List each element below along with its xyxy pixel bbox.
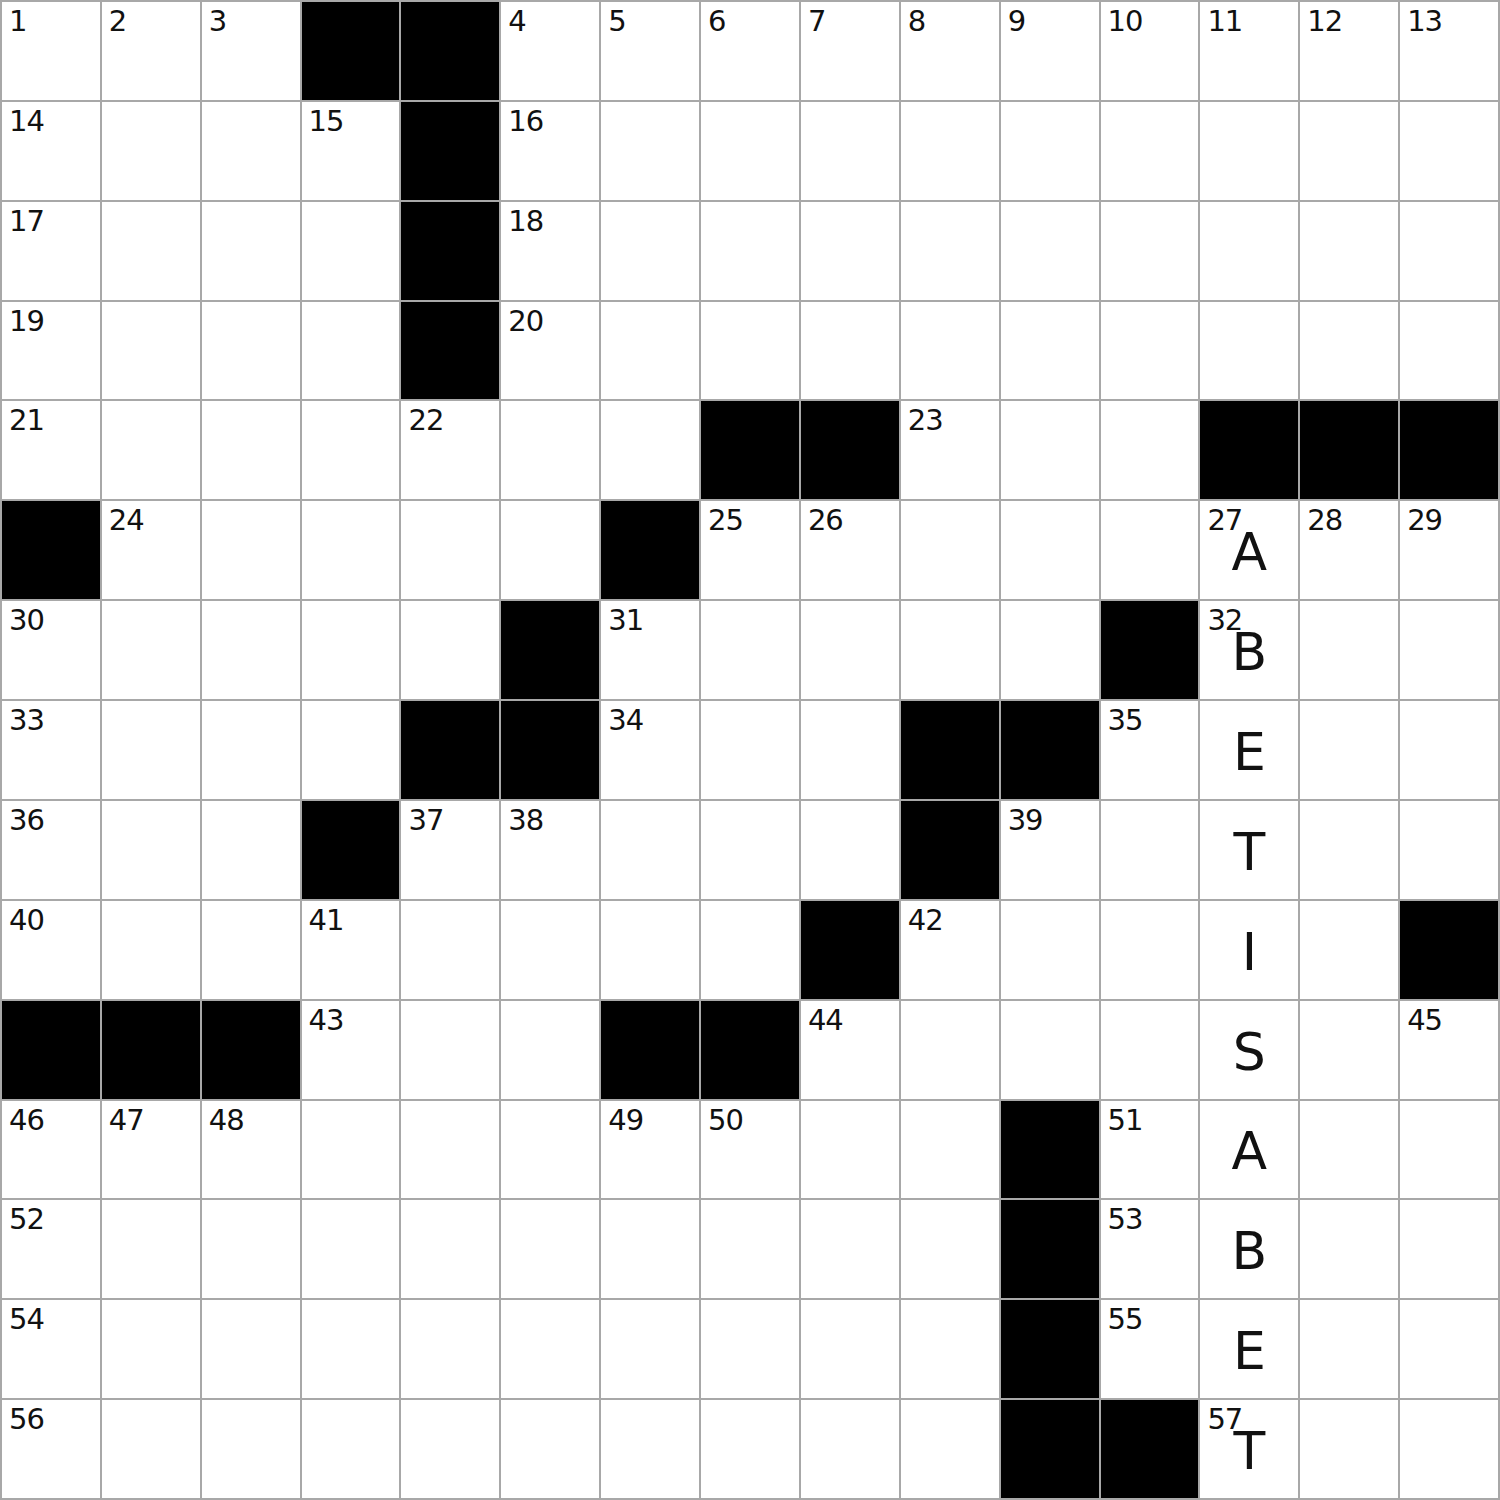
black-cell-r7c10 [1000, 700, 1100, 800]
cell-r2c14[interactable] [1399, 201, 1499, 301]
cell-r5c12[interactable]: 27A [1199, 500, 1299, 600]
cell-r0c10[interactable]: 9 [1000, 1, 1100, 101]
cell-r11c7[interactable]: 50 [700, 1100, 800, 1200]
black-cell-r10c1 [101, 1000, 201, 1100]
cell-r10c5[interactable] [500, 1000, 600, 1100]
clue-number: 41 [309, 906, 344, 935]
cell-r4c11[interactable] [1100, 400, 1200, 500]
cell-r0c11[interactable]: 10 [1100, 1, 1200, 101]
black-cell-r5c0 [1, 500, 101, 600]
cell-r2c1[interactable] [101, 201, 201, 301]
clue-number: 43 [309, 1006, 344, 1035]
cell-r13c1[interactable] [101, 1299, 201, 1399]
cell-r12c13[interactable] [1299, 1199, 1399, 1299]
cell-r13c7[interactable] [700, 1299, 800, 1399]
cell-r13c6[interactable] [600, 1299, 700, 1399]
cell-r13c9[interactable] [900, 1299, 1000, 1399]
cell-r14c1[interactable] [101, 1399, 201, 1499]
cell-r2c12[interactable] [1199, 201, 1299, 301]
cell-r0c5[interactable]: 4 [500, 1, 600, 101]
cell-r8c12[interactable]: T [1199, 800, 1299, 900]
black-cell-r2c4 [400, 201, 500, 301]
clue-number: 23 [908, 406, 943, 435]
black-cell-r10c2 [201, 1000, 301, 1100]
cell-r12c4[interactable] [400, 1199, 500, 1299]
cell-r12c14[interactable] [1399, 1199, 1499, 1299]
cell-r1c13[interactable] [1299, 101, 1399, 201]
cell-r8c8[interactable] [800, 800, 900, 900]
cell-r6c0[interactable]: 30 [1, 600, 101, 700]
cell-r5c3[interactable] [301, 500, 401, 600]
black-cell-r3c4 [400, 301, 500, 401]
cell-r4c6[interactable] [600, 400, 700, 500]
cell-r0c8[interactable]: 7 [800, 1, 900, 101]
cell-r1c14[interactable] [1399, 101, 1499, 201]
cell-r3c6[interactable] [600, 301, 700, 401]
cell-r8c2[interactable] [201, 800, 301, 900]
cell-letter: A [1200, 1101, 1298, 1199]
clue-number: 9 [1008, 7, 1025, 36]
cell-r8c0[interactable]: 36 [1, 800, 101, 900]
cell-r6c10[interactable] [1000, 600, 1100, 700]
cell-r3c11[interactable] [1100, 301, 1200, 401]
cell-r1c10[interactable] [1000, 101, 1100, 201]
cell-r12c5[interactable] [500, 1199, 600, 1299]
clue-number: 52 [9, 1205, 44, 1234]
cell-r3c14[interactable] [1399, 301, 1499, 401]
black-cell-r4c13 [1299, 400, 1399, 500]
cell-r10c14[interactable]: 45 [1399, 1000, 1499, 1100]
cell-letter: B [1200, 601, 1298, 699]
clue-number: 16 [508, 107, 543, 136]
cell-r6c6[interactable]: 31 [600, 600, 700, 700]
cell-r14c6[interactable] [600, 1399, 700, 1499]
cell-r1c1[interactable] [101, 101, 201, 201]
cell-r14c0[interactable]: 56 [1, 1399, 101, 1499]
cell-r7c7[interactable] [700, 700, 800, 800]
cell-r14c8[interactable] [800, 1399, 900, 1499]
cell-r11c3[interactable] [301, 1100, 401, 1200]
cell-r12c3[interactable] [301, 1199, 401, 1299]
cell-r10c13[interactable] [1299, 1000, 1399, 1100]
clue-number: 5 [608, 7, 625, 36]
cell-r4c10[interactable] [1000, 400, 1100, 500]
clue-number: 40 [9, 906, 44, 935]
cell-r6c7[interactable] [700, 600, 800, 700]
cell-r7c3[interactable] [301, 700, 401, 800]
clue-number: 54 [9, 1305, 44, 1334]
cell-r1c0[interactable]: 14 [1, 101, 101, 201]
cell-r8c7[interactable] [700, 800, 800, 900]
cell-r8c13[interactable] [1299, 800, 1399, 900]
cell-letter: A [1200, 501, 1298, 599]
clue-number: 29 [1407, 506, 1442, 535]
clue-number: 18 [508, 207, 543, 236]
black-cell-r10c0 [1, 1000, 101, 1100]
cell-r0c9[interactable]: 8 [900, 1, 1000, 101]
cell-r13c0[interactable]: 54 [1, 1299, 101, 1399]
cell-r5c9[interactable] [900, 500, 1000, 600]
cell-r12c1[interactable] [101, 1199, 201, 1299]
cell-r5c7[interactable]: 25 [700, 500, 800, 600]
cell-r14c3[interactable] [301, 1399, 401, 1499]
cell-r7c8[interactable] [800, 700, 900, 800]
black-cell-r0c4 [400, 1, 500, 101]
black-cell-r4c7 [700, 400, 800, 500]
cell-r13c12[interactable]: E [1199, 1299, 1299, 1399]
cell-r11c1[interactable]: 47 [101, 1100, 201, 1200]
cell-r5c10[interactable] [1000, 500, 1100, 600]
cell-r5c14[interactable]: 29 [1399, 500, 1499, 600]
cell-r3c9[interactable] [900, 301, 1000, 401]
cell-r7c13[interactable] [1299, 700, 1399, 800]
clue-number: 34 [608, 706, 643, 735]
cell-r5c4[interactable] [400, 500, 500, 600]
cell-r8c6[interactable] [600, 800, 700, 900]
cell-r4c1[interactable] [101, 400, 201, 500]
black-cell-r8c9 [900, 800, 1000, 900]
cell-r4c3[interactable] [301, 400, 401, 500]
cell-r12c7[interactable] [700, 1199, 800, 1299]
black-cell-r9c14 [1399, 900, 1499, 1000]
cell-r6c1[interactable] [101, 600, 201, 700]
cell-r11c9[interactable] [900, 1100, 1000, 1200]
cell-r7c2[interactable] [201, 700, 301, 800]
clue-number: 44 [808, 1006, 843, 1035]
cell-r14c13[interactable] [1299, 1399, 1399, 1499]
cell-r1c5[interactable]: 16 [500, 101, 600, 201]
cell-r13c8[interactable] [800, 1299, 900, 1399]
cell-r2c8[interactable] [800, 201, 900, 301]
cell-r12c9[interactable] [900, 1199, 1000, 1299]
cell-r3c2[interactable] [201, 301, 301, 401]
cell-r10c10[interactable] [1000, 1000, 1100, 1100]
cell-r11c2[interactable]: 48 [201, 1100, 301, 1200]
cell-r0c2[interactable]: 3 [201, 1, 301, 101]
clue-number: 45 [1407, 1006, 1442, 1035]
cell-letter: B [1200, 1200, 1298, 1298]
cell-r9c5[interactable] [500, 900, 600, 1000]
cell-r5c2[interactable] [201, 500, 301, 600]
cell-r2c6[interactable] [600, 201, 700, 301]
cell-r9c13[interactable] [1299, 900, 1399, 1000]
cell-r2c9[interactable] [900, 201, 1000, 301]
clue-number: 20 [508, 307, 543, 336]
cell-r14c4[interactable] [400, 1399, 500, 1499]
cell-r11c13[interactable] [1299, 1100, 1399, 1200]
cell-r9c4[interactable] [400, 900, 500, 1000]
cell-r2c0[interactable]: 17 [1, 201, 101, 301]
cell-r2c13[interactable] [1299, 201, 1399, 301]
clue-number: 33 [9, 706, 44, 735]
clue-number: 8 [908, 7, 925, 36]
cell-r0c13[interactable]: 12 [1299, 1, 1399, 101]
clue-number: 42 [908, 906, 943, 935]
clue-number: 38 [508, 806, 543, 835]
cell-r8c14[interactable] [1399, 800, 1499, 900]
clue-number: 24 [109, 506, 144, 535]
cell-r9c1[interactable] [101, 900, 201, 1000]
cell-r1c11[interactable] [1100, 101, 1200, 201]
cell-r13c3[interactable] [301, 1299, 401, 1399]
cell-r1c3[interactable]: 15 [301, 101, 401, 201]
cell-r4c4[interactable]: 22 [400, 400, 500, 500]
clue-number: 2 [109, 7, 126, 36]
cell-r12c12[interactable]: B [1199, 1199, 1299, 1299]
cell-r3c1[interactable] [101, 301, 201, 401]
cell-r11c12[interactable]: A [1199, 1100, 1299, 1200]
black-cell-r10c7 [700, 1000, 800, 1100]
cell-r9c2[interactable] [201, 900, 301, 1000]
cell-r1c2[interactable] [201, 101, 301, 201]
cell-r0c0[interactable]: 1 [1, 1, 101, 101]
cell-r3c12[interactable] [1199, 301, 1299, 401]
cell-r6c2[interactable] [201, 600, 301, 700]
cell-r13c2[interactable] [201, 1299, 301, 1399]
cell-letter: T [1200, 1400, 1298, 1498]
cell-letter: E [1200, 701, 1298, 799]
cell-r3c5[interactable]: 20 [500, 301, 600, 401]
cell-r7c14[interactable] [1399, 700, 1499, 800]
cell-r11c6[interactable]: 49 [600, 1100, 700, 1200]
clue-number: 35 [1108, 706, 1143, 735]
cell-r12c8[interactable] [800, 1199, 900, 1299]
clue-number: 17 [9, 207, 44, 236]
cell-letter: S [1200, 1001, 1298, 1099]
cell-r1c7[interactable] [700, 101, 800, 201]
cell-r0c1[interactable]: 2 [101, 1, 201, 101]
cell-r0c12[interactable]: 11 [1199, 1, 1299, 101]
cell-r9c7[interactable] [700, 900, 800, 1000]
cell-r8c10[interactable]: 39 [1000, 800, 1100, 900]
cell-r6c14[interactable] [1399, 600, 1499, 700]
cell-r1c6[interactable] [600, 101, 700, 201]
cell-r0c7[interactable]: 6 [700, 1, 800, 101]
black-cell-r7c4 [400, 700, 500, 800]
cell-r4c2[interactable] [201, 400, 301, 500]
cell-r13c14[interactable] [1399, 1299, 1499, 1399]
clue-number: 7 [808, 7, 825, 36]
cell-r1c12[interactable] [1199, 101, 1299, 201]
black-cell-r14c10 [1000, 1399, 1100, 1499]
cell-r10c3[interactable]: 43 [301, 1000, 401, 1100]
cell-letter: I [1200, 901, 1298, 999]
clue-number: 48 [209, 1106, 244, 1135]
cell-r6c12[interactable]: 32B [1199, 600, 1299, 700]
cell-r9c10[interactable] [1000, 900, 1100, 1000]
clue-number: 12 [1307, 7, 1342, 36]
clue-number: 11 [1207, 7, 1242, 36]
cell-r4c9[interactable]: 23 [900, 400, 1000, 500]
cell-r8c4[interactable]: 37 [400, 800, 500, 900]
cell-r5c8[interactable]: 26 [800, 500, 900, 600]
cell-r12c11[interactable]: 53 [1100, 1199, 1200, 1299]
black-cell-r0c3 [301, 1, 401, 101]
cell-r0c14[interactable]: 13 [1399, 1, 1499, 101]
cell-r1c8[interactable] [800, 101, 900, 201]
cell-r4c5[interactable] [500, 400, 600, 500]
black-cell-r9c8 [800, 900, 900, 1000]
cell-r6c4[interactable] [400, 600, 500, 700]
cell-letter: E [1200, 1300, 1298, 1398]
cell-r14c14[interactable] [1399, 1399, 1499, 1499]
clue-number: 30 [9, 606, 44, 635]
black-cell-r10c6 [600, 1000, 700, 1100]
cell-r14c12[interactable]: 57T [1199, 1399, 1299, 1499]
cell-r11c5[interactable] [500, 1100, 600, 1200]
cell-r7c1[interactable] [101, 700, 201, 800]
cell-r9c6[interactable] [600, 900, 700, 1000]
black-cell-r12c10 [1000, 1199, 1100, 1299]
cell-r11c0[interactable]: 46 [1, 1100, 101, 1200]
cell-r6c8[interactable] [800, 600, 900, 700]
black-cell-r4c12 [1199, 400, 1299, 500]
cell-r8c5[interactable]: 38 [500, 800, 600, 900]
clue-number: 51 [1108, 1106, 1143, 1135]
cell-r4c0[interactable]: 21 [1, 400, 101, 500]
cell-r2c7[interactable] [700, 201, 800, 301]
clue-number: 1 [9, 7, 26, 36]
clue-number: 26 [808, 506, 843, 535]
cell-r8c1[interactable] [101, 800, 201, 900]
cell-r3c7[interactable] [700, 301, 800, 401]
cell-r3c13[interactable] [1299, 301, 1399, 401]
cell-r6c3[interactable] [301, 600, 401, 700]
black-cell-r6c11 [1100, 600, 1200, 700]
clue-number: 31 [608, 606, 643, 635]
cell-r11c11[interactable]: 51 [1100, 1100, 1200, 1200]
clue-number: 19 [9, 307, 44, 336]
clue-number: 13 [1407, 7, 1442, 36]
clue-number: 15 [309, 107, 344, 136]
cell-r9c11[interactable] [1100, 900, 1200, 1000]
cell-r2c11[interactable] [1100, 201, 1200, 301]
cell-r12c6[interactable] [600, 1199, 700, 1299]
cell-r3c10[interactable] [1000, 301, 1100, 401]
clue-number: 36 [9, 806, 44, 835]
cell-r14c9[interactable] [900, 1399, 1000, 1499]
cell-r6c9[interactable] [900, 600, 1000, 700]
black-cell-r13c10 [1000, 1299, 1100, 1399]
clue-number: 49 [608, 1106, 643, 1135]
clue-number: 55 [1108, 1305, 1143, 1334]
cell-r6c13[interactable] [1299, 600, 1399, 700]
clue-number: 6 [708, 7, 725, 36]
clue-number: 4 [508, 7, 525, 36]
cell-r9c12[interactable]: I [1199, 900, 1299, 1000]
clue-number: 28 [1307, 506, 1342, 535]
cell-r14c2[interactable] [201, 1399, 301, 1499]
clue-number: 25 [708, 506, 743, 535]
cell-r2c3[interactable] [301, 201, 401, 301]
cell-r11c4[interactable] [400, 1100, 500, 1200]
cell-r10c8[interactable]: 44 [800, 1000, 900, 1100]
cell-r14c5[interactable] [500, 1399, 600, 1499]
cell-r10c9[interactable] [900, 1000, 1000, 1100]
clue-number: 56 [9, 1405, 44, 1434]
cell-r11c14[interactable] [1399, 1100, 1499, 1200]
cell-r5c13[interactable]: 28 [1299, 500, 1399, 600]
cell-r1c9[interactable] [900, 101, 1000, 201]
cell-r10c11[interactable] [1100, 1000, 1200, 1100]
cell-r3c0[interactable]: 19 [1, 301, 101, 401]
clue-number: 46 [9, 1106, 44, 1135]
cell-r3c8[interactable] [800, 301, 900, 401]
clue-number: 37 [408, 806, 443, 835]
cell-r3c3[interactable] [301, 301, 401, 401]
cell-r7c12[interactable]: E [1199, 700, 1299, 800]
black-cell-r8c3 [301, 800, 401, 900]
black-cell-r7c9 [900, 700, 1000, 800]
clue-number: 39 [1008, 806, 1043, 835]
cell-r8c11[interactable] [1100, 800, 1200, 900]
cell-r10c4[interactable] [400, 1000, 500, 1100]
clue-number: 10 [1108, 7, 1143, 36]
clue-number: 14 [9, 107, 44, 136]
black-cell-r5c6 [600, 500, 700, 600]
cell-r5c11[interactable] [1100, 500, 1200, 600]
cell-r7c11[interactable]: 35 [1100, 700, 1200, 800]
crossword-grid: 1234567891011121314151617181920212223242… [0, 0, 1500, 1500]
clue-number: 22 [408, 406, 443, 435]
cell-letter: T [1200, 801, 1298, 899]
cell-r12c0[interactable]: 52 [1, 1199, 101, 1299]
clue-number: 3 [209, 7, 226, 36]
cell-r10c12[interactable]: S [1199, 1000, 1299, 1100]
cell-r7c0[interactable]: 33 [1, 700, 101, 800]
cell-r13c5[interactable] [500, 1299, 600, 1399]
cell-r9c0[interactable]: 40 [1, 900, 101, 1000]
black-cell-r11c10 [1000, 1100, 1100, 1200]
clue-number: 21 [9, 406, 44, 435]
cell-r14c7[interactable] [700, 1399, 800, 1499]
cell-r5c1[interactable]: 24 [101, 500, 201, 600]
clue-number: 47 [109, 1106, 144, 1135]
cell-r7c6[interactable]: 34 [600, 700, 700, 800]
cell-r13c11[interactable]: 55 [1100, 1299, 1200, 1399]
cell-r9c3[interactable]: 41 [301, 900, 401, 1000]
black-cell-r14c11 [1100, 1399, 1200, 1499]
cell-r13c13[interactable] [1299, 1299, 1399, 1399]
black-cell-r4c8 [800, 400, 900, 500]
black-cell-r1c4 [400, 101, 500, 201]
black-cell-r6c5 [500, 600, 600, 700]
cell-r11c8[interactable] [800, 1100, 900, 1200]
cell-r9c9[interactable]: 42 [900, 900, 1000, 1000]
cell-r0c6[interactable]: 5 [600, 1, 700, 101]
cell-r2c5[interactable]: 18 [500, 201, 600, 301]
cell-r2c2[interactable] [201, 201, 301, 301]
black-cell-r7c5 [500, 700, 600, 800]
clue-number: 50 [708, 1106, 743, 1135]
clue-number: 53 [1108, 1205, 1143, 1234]
cell-r12c2[interactable] [201, 1199, 301, 1299]
cell-r2c10[interactable] [1000, 201, 1100, 301]
cell-r13c4[interactable] [400, 1299, 500, 1399]
cell-r5c5[interactable] [500, 500, 600, 600]
black-cell-r4c14 [1399, 400, 1499, 500]
